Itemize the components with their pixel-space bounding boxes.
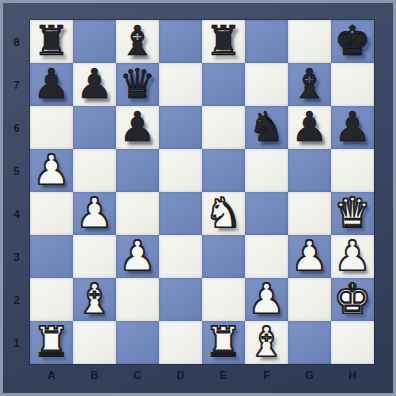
square-d4[interactable] xyxy=(159,192,202,235)
board[interactable]: ♜♝♜♚♟♟♛♝♟♞♟♟♟♟♞♛♟♟♟♝♟♚♜♜♝ xyxy=(30,20,374,364)
piece-white-pawn[interactable]: ♟ xyxy=(119,235,156,278)
square-e5[interactable] xyxy=(202,149,245,192)
piece-white-queen[interactable]: ♛ xyxy=(334,192,371,235)
square-h2[interactable]: ♚ xyxy=(331,278,374,321)
piece-white-pawn[interactable]: ♟ xyxy=(334,235,371,278)
square-b1[interactable] xyxy=(73,321,116,364)
square-h1[interactable] xyxy=(331,321,374,364)
file-label-e: E xyxy=(202,366,245,390)
file-label-f: F xyxy=(245,366,288,390)
square-a4[interactable] xyxy=(30,192,73,235)
square-f8[interactable] xyxy=(245,20,288,63)
square-f1[interactable]: ♝ xyxy=(245,321,288,364)
piece-black-pawn[interactable]: ♟ xyxy=(33,63,70,106)
piece-black-pawn[interactable]: ♟ xyxy=(334,106,371,149)
square-c7[interactable]: ♛ xyxy=(116,63,159,106)
square-c8[interactable]: ♝ xyxy=(116,20,159,63)
piece-white-pawn[interactable]: ♟ xyxy=(33,149,70,192)
square-g6[interactable]: ♟ xyxy=(288,106,331,149)
square-f6[interactable]: ♞ xyxy=(245,106,288,149)
piece-black-pawn[interactable]: ♟ xyxy=(291,106,328,149)
square-f5[interactable] xyxy=(245,149,288,192)
square-f2[interactable]: ♟ xyxy=(245,278,288,321)
piece-black-pawn[interactable]: ♟ xyxy=(76,63,113,106)
square-h7[interactable] xyxy=(331,63,374,106)
square-g7[interactable]: ♝ xyxy=(288,63,331,106)
file-label-g: G xyxy=(288,366,331,390)
square-h8[interactable]: ♚ xyxy=(331,20,374,63)
square-d5[interactable] xyxy=(159,149,202,192)
piece-black-queen[interactable]: ♛ xyxy=(119,63,156,106)
square-d8[interactable] xyxy=(159,20,202,63)
square-a1[interactable]: ♜ xyxy=(30,321,73,364)
square-e3[interactable] xyxy=(202,235,245,278)
square-b8[interactable] xyxy=(73,20,116,63)
piece-black-rook[interactable]: ♜ xyxy=(205,20,242,63)
piece-black-pawn[interactable]: ♟ xyxy=(119,106,156,149)
square-a7[interactable]: ♟ xyxy=(30,63,73,106)
square-a6[interactable] xyxy=(30,106,73,149)
square-d2[interactable] xyxy=(159,278,202,321)
square-b4[interactable]: ♟ xyxy=(73,192,116,235)
square-e4[interactable]: ♞ xyxy=(202,192,245,235)
square-c5[interactable] xyxy=(116,149,159,192)
square-b5[interactable] xyxy=(73,149,116,192)
file-label-b: B xyxy=(73,366,116,390)
square-g3[interactable]: ♟ xyxy=(288,235,331,278)
square-c6[interactable]: ♟ xyxy=(116,106,159,149)
square-h5[interactable] xyxy=(331,149,374,192)
square-e6[interactable] xyxy=(202,106,245,149)
square-a3[interactable] xyxy=(30,235,73,278)
piece-black-knight[interactable]: ♞ xyxy=(248,106,285,149)
rank-label-3: 3 xyxy=(3,235,30,278)
rank-label-2: 2 xyxy=(3,278,30,321)
square-d1[interactable] xyxy=(159,321,202,364)
piece-white-rook[interactable]: ♜ xyxy=(205,321,242,364)
file-label-a: A xyxy=(30,366,73,390)
square-f7[interactable] xyxy=(245,63,288,106)
rank-labels: 87654321 xyxy=(3,20,30,364)
square-e8[interactable]: ♜ xyxy=(202,20,245,63)
piece-black-bishop[interactable]: ♝ xyxy=(291,63,328,106)
piece-black-bishop[interactable]: ♝ xyxy=(119,20,156,63)
piece-white-pawn[interactable]: ♟ xyxy=(291,235,328,278)
square-a2[interactable] xyxy=(30,278,73,321)
rank-label-7: 7 xyxy=(3,63,30,106)
square-c1[interactable] xyxy=(116,321,159,364)
square-e1[interactable]: ♜ xyxy=(202,321,245,364)
piece-white-knight[interactable]: ♞ xyxy=(205,192,242,235)
piece-white-rook[interactable]: ♜ xyxy=(33,321,70,364)
piece-white-bishop[interactable]: ♝ xyxy=(248,321,285,364)
square-b7[interactable]: ♟ xyxy=(73,63,116,106)
square-e2[interactable] xyxy=(202,278,245,321)
piece-white-bishop[interactable]: ♝ xyxy=(76,278,113,321)
piece-white-king[interactable]: ♚ xyxy=(334,278,371,321)
square-d7[interactable] xyxy=(159,63,202,106)
file-labels: ABCDEFGH xyxy=(30,366,374,390)
chess-app: 87654321 ♜♝♜♚♟♟♛♝♟♞♟♟♟♟♞♛♟♟♟♝♟♚♜♜♝ ABCDE… xyxy=(0,0,396,396)
square-g2[interactable] xyxy=(288,278,331,321)
square-a8[interactable]: ♜ xyxy=(30,20,73,63)
square-f4[interactable] xyxy=(245,192,288,235)
square-g5[interactable] xyxy=(288,149,331,192)
square-d6[interactable] xyxy=(159,106,202,149)
square-g1[interactable] xyxy=(288,321,331,364)
square-c2[interactable] xyxy=(116,278,159,321)
square-f3[interactable] xyxy=(245,235,288,278)
rank-label-8: 8 xyxy=(3,20,30,63)
square-b2[interactable]: ♝ xyxy=(73,278,116,321)
square-b3[interactable] xyxy=(73,235,116,278)
square-g4[interactable] xyxy=(288,192,331,235)
square-h6[interactable]: ♟ xyxy=(331,106,374,149)
square-b6[interactable] xyxy=(73,106,116,149)
file-label-h: H xyxy=(331,366,374,390)
piece-white-pawn[interactable]: ♟ xyxy=(248,278,285,321)
square-c4[interactable] xyxy=(116,192,159,235)
rank-label-5: 5 xyxy=(3,149,30,192)
square-e7[interactable] xyxy=(202,63,245,106)
piece-black-rook[interactable]: ♜ xyxy=(33,20,70,63)
square-h3[interactable]: ♟ xyxy=(331,235,374,278)
piece-black-king[interactable]: ♚ xyxy=(334,20,371,63)
file-label-d: D xyxy=(159,366,202,390)
file-label-c: C xyxy=(116,366,159,390)
rank-label-6: 6 xyxy=(3,106,30,149)
rank-label-1: 1 xyxy=(3,321,30,364)
square-a5[interactable]: ♟ xyxy=(30,149,73,192)
square-h4[interactable]: ♛ xyxy=(331,192,374,235)
square-d3[interactable] xyxy=(159,235,202,278)
square-c3[interactable]: ♟ xyxy=(116,235,159,278)
square-g8[interactable] xyxy=(288,20,331,63)
piece-white-pawn[interactable]: ♟ xyxy=(76,192,113,235)
rank-label-4: 4 xyxy=(3,192,30,235)
